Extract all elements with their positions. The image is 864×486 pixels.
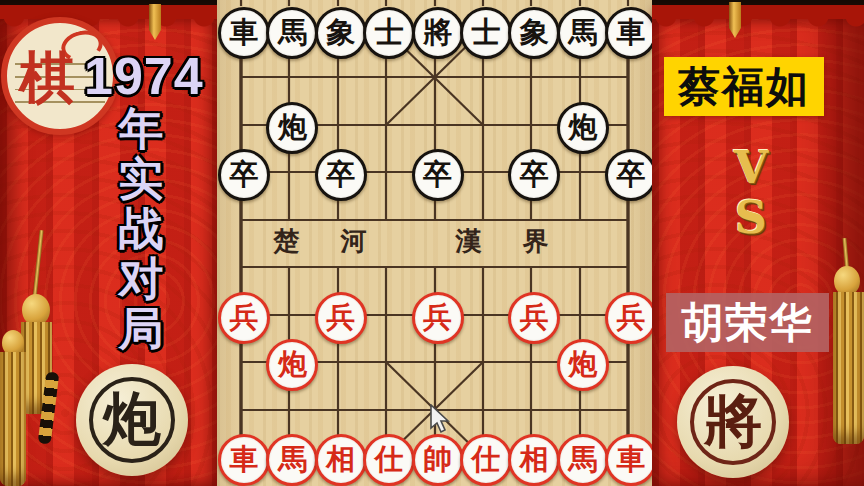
board-piece-black-士[interactable]: 士 [460,7,512,59]
vs-letter-v: V [711,142,791,193]
board-piece-red-馬[interactable]: 馬 [266,434,318,486]
board-piece-black-卒[interactable]: 卒 [412,149,464,201]
vs-letter-s: S [711,192,791,243]
board-piece-red-兵[interactable]: 兵 [218,292,270,344]
mouse-cursor-icon [429,404,451,434]
caption-char: 对 [112,254,170,304]
player-name-top: 蔡福如 [678,59,810,115]
caption-char: 年 [112,104,170,154]
caption-char: 战 [112,204,170,254]
caption-char: 局 [112,304,170,354]
curtain-valance [0,5,217,19]
board-piece-black-卒[interactable]: 卒 [315,149,367,201]
board-piece-black-象[interactable]: 象 [508,7,560,59]
board-piece-red-帥[interactable]: 帥 [412,434,464,486]
board-piece-red-馬[interactable]: 馬 [557,434,609,486]
board-piece-red-兵[interactable]: 兵 [315,292,367,344]
player-top-banner: 蔡福如 [664,57,824,116]
decor-general-piece: 將 [677,366,789,478]
player-name-bottom: 胡荣华 [682,295,814,351]
board-piece-black-馬[interactable]: 馬 [266,7,318,59]
board-piece-red-兵[interactable]: 兵 [412,292,464,344]
right-curtain-panel: 蔡福如 V S 胡荣华 將 [652,0,864,486]
xiangqi-board[interactable]: 楚 河 漢 界 車馬象士將士象馬車炮炮卒卒卒卒卒兵兵兵兵兵炮炮車馬相仕帥仕相馬車 [217,0,652,486]
board-piece-black-士[interactable]: 士 [363,7,415,59]
river-label-right: 漢 界 [455,224,565,256]
year-title: 1974 [84,46,204,106]
board-piece-red-仕[interactable]: 仕 [460,434,512,486]
player-bottom-banner: 胡荣华 [666,293,829,352]
seal-glyph: 棋 [15,45,79,109]
curtain-valance [652,5,864,19]
video-frame: { "game": "xiangqi", "position": { "fen"… [0,0,864,486]
board-piece-red-仕[interactable]: 仕 [363,434,415,486]
board-piece-black-車[interactable]: 車 [605,7,657,59]
board-piece-red-車[interactable]: 車 [605,434,657,486]
board-piece-black-象[interactable]: 象 [315,7,367,59]
board-piece-red-兵[interactable]: 兵 [605,292,657,344]
decor-general-glyph: 將 [677,366,789,478]
board-piece-black-卒[interactable]: 卒 [218,149,270,201]
board-piece-black-炮[interactable]: 炮 [266,102,318,154]
board-piece-black-炮[interactable]: 炮 [557,102,609,154]
board-piece-red-炮[interactable]: 炮 [557,339,609,391]
river-label-left: 楚 河 [273,224,383,256]
board-piece-red-兵[interactable]: 兵 [508,292,560,344]
left-curtain-panel: 棋 1974 年 实 战 对 局 炮 [0,0,217,486]
board-piece-black-馬[interactable]: 馬 [557,7,609,59]
board-piece-black-將[interactable]: 將 [412,7,464,59]
decor-cannon-piece: 炮 [76,364,188,476]
board-piece-red-相[interactable]: 相 [508,434,560,486]
board-piece-black-卒[interactable]: 卒 [605,149,657,201]
curtain-ornament-icon [149,4,161,40]
board-piece-red-相[interactable]: 相 [315,434,367,486]
curtain-ornament-icon [729,2,741,38]
decor-cannon-glyph: 炮 [76,364,188,476]
board-piece-black-車[interactable]: 車 [218,7,270,59]
board-piece-red-車[interactable]: 車 [218,434,270,486]
caption-vertical-title: 年 实 战 对 局 [112,104,170,354]
caption-char: 实 [112,154,170,204]
